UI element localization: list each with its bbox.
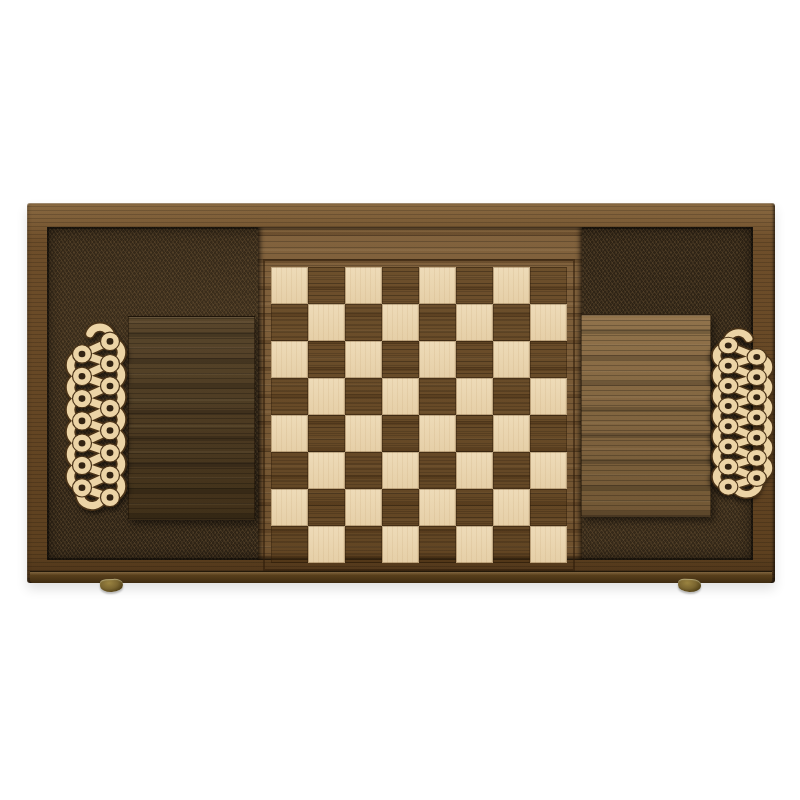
square-h6[interactable]: [530, 341, 567, 378]
square-b6[interactable]: [308, 341, 345, 378]
square-h8[interactable]: [530, 267, 567, 304]
square-d2[interactable]: [382, 489, 419, 526]
square-b5[interactable]: [308, 378, 345, 415]
square-f3[interactable]: [456, 452, 493, 489]
square-g3[interactable]: [493, 452, 530, 489]
wooden-case: [27, 203, 775, 583]
square-e3[interactable]: [419, 452, 456, 489]
square-e8[interactable]: [419, 267, 456, 304]
square-g4[interactable]: [493, 415, 530, 452]
square-e7[interactable]: [419, 304, 456, 341]
square-g8[interactable]: [493, 267, 530, 304]
square-d4[interactable]: [382, 415, 419, 452]
square-c7[interactable]: [345, 304, 382, 341]
square-c1[interactable]: [345, 526, 382, 563]
square-h2[interactable]: [530, 489, 567, 526]
square-e2[interactable]: [419, 489, 456, 526]
square-d7[interactable]: [382, 304, 419, 341]
square-f5[interactable]: [456, 378, 493, 415]
square-a2[interactable]: [271, 489, 308, 526]
square-h7[interactable]: [530, 304, 567, 341]
square-b7[interactable]: [308, 304, 345, 341]
square-d6[interactable]: [382, 341, 419, 378]
square-g2[interactable]: [493, 489, 530, 526]
square-g7[interactable]: [493, 304, 530, 341]
square-a4[interactable]: [271, 415, 308, 452]
square-e4[interactable]: [419, 415, 456, 452]
photo-stage: [0, 0, 800, 800]
square-b3[interactable]: [308, 452, 345, 489]
square-a5[interactable]: [271, 378, 308, 415]
square-f1[interactable]: [456, 526, 493, 563]
eternity-knot-ornament-right-icon: [714, 328, 771, 500]
square-h3[interactable]: [530, 452, 567, 489]
square-e1[interactable]: [419, 526, 456, 563]
case-side-edge: [30, 571, 772, 583]
hinge-left-icon: [100, 578, 124, 592]
square-f4[interactable]: [456, 415, 493, 452]
square-b8[interactable]: [308, 267, 345, 304]
square-e5[interactable]: [419, 378, 456, 415]
square-b1[interactable]: [308, 526, 345, 563]
square-a3[interactable]: [271, 452, 308, 489]
square-h4[interactable]: [530, 415, 567, 452]
hinge-right-icon: [678, 579, 701, 593]
square-h5[interactable]: [530, 378, 567, 415]
square-g1[interactable]: [493, 526, 530, 563]
chessboard: [271, 267, 567, 563]
square-e6[interactable]: [419, 341, 456, 378]
square-d1[interactable]: [382, 526, 419, 563]
square-d8[interactable]: [382, 267, 419, 304]
square-f8[interactable]: [456, 267, 493, 304]
square-h1[interactable]: [530, 526, 567, 563]
square-f6[interactable]: [456, 341, 493, 378]
square-c6[interactable]: [345, 341, 382, 378]
embossed-interior-field: [47, 227, 753, 560]
square-c4[interactable]: [345, 415, 382, 452]
square-a6[interactable]: [271, 341, 308, 378]
square-c5[interactable]: [345, 378, 382, 415]
square-b4[interactable]: [308, 415, 345, 452]
square-g6[interactable]: [493, 341, 530, 378]
square-c2[interactable]: [345, 489, 382, 526]
square-g5[interactable]: [493, 378, 530, 415]
eternity-knot-ornament-left-icon: [68, 322, 124, 512]
right-cover-panel: [581, 314, 711, 517]
square-a8[interactable]: [271, 267, 308, 304]
square-f7[interactable]: [456, 304, 493, 341]
square-c3[interactable]: [345, 452, 382, 489]
square-d5[interactable]: [382, 378, 419, 415]
square-c8[interactable]: [345, 267, 382, 304]
square-a1[interactable]: [271, 526, 308, 563]
square-d3[interactable]: [382, 452, 419, 489]
left-cover-panel: [128, 316, 255, 520]
square-f2[interactable]: [456, 489, 493, 526]
square-b2[interactable]: [308, 489, 345, 526]
square-a7[interactable]: [271, 304, 308, 341]
